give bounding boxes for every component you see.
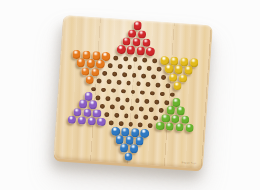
board-hole xyxy=(134,114,139,119)
board-hole xyxy=(152,58,157,63)
board-hole xyxy=(142,57,147,62)
peg-purple[interactable] xyxy=(77,116,86,125)
peg-green[interactable] xyxy=(165,122,174,131)
board-hole xyxy=(114,113,119,118)
peg-green[interactable] xyxy=(171,114,180,123)
chinese-checkers-board: Bigjigs Toys xyxy=(53,15,213,169)
board-hole xyxy=(91,87,96,92)
peg-yellow[interactable] xyxy=(184,66,193,75)
board-hole xyxy=(123,56,128,61)
peg-purple[interactable] xyxy=(93,109,102,118)
peg-green[interactable] xyxy=(185,124,194,133)
peg-blue[interactable] xyxy=(129,144,138,153)
board-hole xyxy=(120,105,125,110)
board-hole xyxy=(153,116,158,121)
peg-purple[interactable] xyxy=(78,100,87,109)
peg-purple[interactable] xyxy=(88,100,97,109)
peg-red[interactable] xyxy=(133,21,142,30)
board-hole xyxy=(136,82,141,87)
board-hole xyxy=(127,65,132,70)
peg-green[interactable] xyxy=(181,115,190,124)
peg-blue[interactable] xyxy=(124,152,133,161)
board-hole xyxy=(122,72,127,77)
board-hole xyxy=(108,63,113,68)
peg-red[interactable] xyxy=(146,47,155,56)
board-hole xyxy=(133,57,138,62)
peg-orange[interactable] xyxy=(86,59,95,68)
peg-purple[interactable] xyxy=(73,107,82,116)
peg-green[interactable] xyxy=(176,106,185,115)
board-hole xyxy=(102,71,107,76)
board-hole xyxy=(150,91,155,96)
board-hole xyxy=(104,112,109,117)
board-hole xyxy=(117,64,122,69)
board-hole xyxy=(141,74,146,79)
board-hole xyxy=(111,88,116,93)
board-hole xyxy=(140,90,145,95)
board-hole xyxy=(135,98,140,103)
peg-purple[interactable] xyxy=(83,108,92,117)
product-photo: Bigjigs Toys xyxy=(0,0,260,190)
peg-yellow[interactable] xyxy=(174,65,183,74)
peg-purple[interactable] xyxy=(97,117,106,126)
peg-green[interactable] xyxy=(175,123,184,132)
board-hole xyxy=(151,74,156,79)
board-hole xyxy=(118,121,123,126)
board-hole xyxy=(155,83,160,88)
peg-field xyxy=(53,15,213,169)
peg-yellow[interactable] xyxy=(169,73,178,82)
board-hole xyxy=(132,73,137,78)
board-hole xyxy=(121,89,126,94)
board-hole xyxy=(164,100,169,105)
board-hole xyxy=(96,95,101,100)
board-hole xyxy=(101,87,106,92)
board-hole xyxy=(109,121,114,126)
peg-blue[interactable] xyxy=(120,144,129,153)
board-hole xyxy=(130,89,135,94)
peg-red[interactable] xyxy=(137,30,146,39)
board-hole xyxy=(160,91,165,96)
board-hole xyxy=(126,81,131,86)
board-hole xyxy=(146,82,151,87)
board-hole xyxy=(105,96,110,101)
board-hole xyxy=(97,79,102,84)
peg-orange[interactable] xyxy=(90,68,99,77)
peg-red[interactable] xyxy=(128,29,137,38)
board-hole xyxy=(145,99,150,104)
board-hole xyxy=(112,72,117,77)
peg-orange[interactable] xyxy=(76,58,85,67)
peg-red[interactable] xyxy=(126,45,135,54)
peg-yellow[interactable] xyxy=(173,82,182,91)
board-hole xyxy=(170,92,175,97)
board-hole xyxy=(147,66,152,71)
peg-purple[interactable] xyxy=(68,115,77,124)
board-hole xyxy=(115,97,120,102)
peg-orange[interactable] xyxy=(85,75,94,84)
peg-purple[interactable] xyxy=(87,117,96,126)
peg-orange[interactable] xyxy=(96,60,105,69)
board-hole xyxy=(137,65,142,70)
board-hole xyxy=(128,122,133,127)
board-hole xyxy=(161,75,166,80)
board-hole xyxy=(165,84,170,89)
board-hole xyxy=(107,80,112,85)
peg-red[interactable] xyxy=(136,46,145,55)
board-hole xyxy=(159,108,164,113)
board-hole xyxy=(139,106,144,111)
peg-yellow[interactable] xyxy=(178,74,187,83)
board-hole xyxy=(113,55,118,60)
board-hole xyxy=(138,123,143,128)
peg-red[interactable] xyxy=(117,45,126,54)
peg-orange[interactable] xyxy=(81,67,90,76)
board-hole xyxy=(129,106,134,111)
board-hole xyxy=(143,115,148,120)
board-hole xyxy=(148,124,153,129)
board-hole xyxy=(157,67,162,72)
board-hole xyxy=(110,104,115,109)
peg-green[interactable] xyxy=(166,106,175,115)
board-hole xyxy=(100,104,105,109)
peg-yellow[interactable] xyxy=(164,65,173,74)
board-hole xyxy=(124,114,129,119)
peg-green[interactable] xyxy=(155,121,164,130)
board-hole xyxy=(116,80,121,85)
board-hole xyxy=(125,97,130,102)
board-hole xyxy=(154,99,159,104)
board-hole xyxy=(149,107,154,112)
